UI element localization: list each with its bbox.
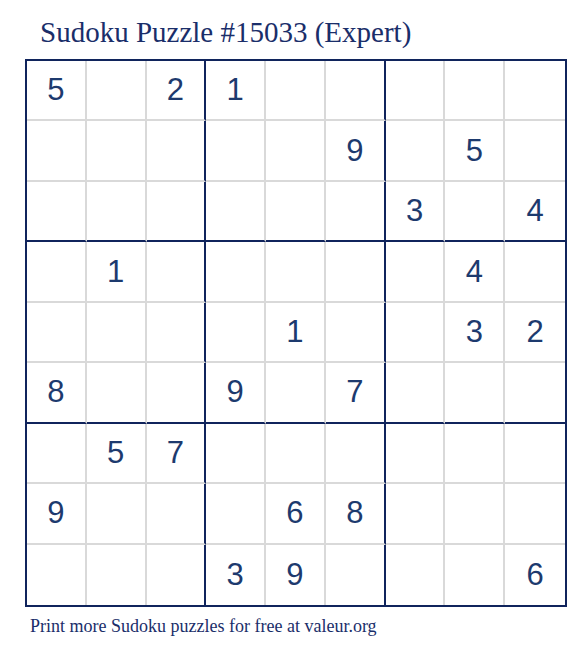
cell-r7c8-empty[interactable] xyxy=(445,424,505,484)
cell-r3c1-empty[interactable] xyxy=(27,182,87,242)
cell-r8c4-empty[interactable] xyxy=(206,484,266,544)
cell-r7c5-empty[interactable] xyxy=(266,424,326,484)
cell-r4c3-empty[interactable] xyxy=(147,242,207,302)
cell-r7c3-given[interactable]: 7 xyxy=(147,424,207,484)
cell-r1c7-empty[interactable] xyxy=(386,61,446,121)
cell-r4c9-empty[interactable] xyxy=(505,242,565,302)
cell-r5c5-given[interactable]: 1 xyxy=(266,303,326,363)
cell-r9c8-empty[interactable] xyxy=(445,545,505,605)
cell-r1c1-given[interactable]: 5 xyxy=(27,61,87,121)
cell-r9c3-empty[interactable] xyxy=(147,545,207,605)
cell-r9c9-given[interactable]: 6 xyxy=(505,545,565,605)
cell-r6c3-empty[interactable] xyxy=(147,363,207,423)
cell-r2c6-given[interactable]: 9 xyxy=(326,121,386,181)
cell-r1c6-empty[interactable] xyxy=(326,61,386,121)
cell-r6c9-empty[interactable] xyxy=(505,363,565,423)
cell-r3c4-empty[interactable] xyxy=(206,182,266,242)
cell-r4c4-empty[interactable] xyxy=(206,242,266,302)
cell-r7c2-given[interactable]: 5 xyxy=(87,424,147,484)
cell-r2c2-empty[interactable] xyxy=(87,121,147,181)
cell-r4c7-empty[interactable] xyxy=(386,242,446,302)
cell-r1c3-given[interactable]: 2 xyxy=(147,61,207,121)
cell-r4c2-given[interactable]: 1 xyxy=(87,242,147,302)
cell-r3c5-empty[interactable] xyxy=(266,182,326,242)
cell-r8c2-empty[interactable] xyxy=(87,484,147,544)
cell-r9c1-empty[interactable] xyxy=(27,545,87,605)
cell-r7c7-empty[interactable] xyxy=(386,424,446,484)
sudoku-board: 52195341413289757968396 xyxy=(25,59,567,607)
cell-r8c3-empty[interactable] xyxy=(147,484,207,544)
cell-r6c5-empty[interactable] xyxy=(266,363,326,423)
cell-r9c7-empty[interactable] xyxy=(386,545,446,605)
cell-r2c5-empty[interactable] xyxy=(266,121,326,181)
cell-r7c4-empty[interactable] xyxy=(206,424,266,484)
cell-r2c3-empty[interactable] xyxy=(147,121,207,181)
cell-r2c4-empty[interactable] xyxy=(206,121,266,181)
cell-r9c5-given[interactable]: 9 xyxy=(266,545,326,605)
cell-r1c5-empty[interactable] xyxy=(266,61,326,121)
cell-r1c9-empty[interactable] xyxy=(505,61,565,121)
cell-r9c4-given[interactable]: 3 xyxy=(206,545,266,605)
cell-r6c1-given[interactable]: 8 xyxy=(27,363,87,423)
cell-r4c1-empty[interactable] xyxy=(27,242,87,302)
cell-r8c6-given[interactable]: 8 xyxy=(326,484,386,544)
cell-r5c7-empty[interactable] xyxy=(386,303,446,363)
cell-r2c1-empty[interactable] xyxy=(27,121,87,181)
cell-r5c2-empty[interactable] xyxy=(87,303,147,363)
cell-r6c4-given[interactable]: 9 xyxy=(206,363,266,423)
cell-r6c8-empty[interactable] xyxy=(445,363,505,423)
cell-r8c9-empty[interactable] xyxy=(505,484,565,544)
cell-r2c7-empty[interactable] xyxy=(386,121,446,181)
cell-r3c3-empty[interactable] xyxy=(147,182,207,242)
cell-r5c4-empty[interactable] xyxy=(206,303,266,363)
cell-r5c6-empty[interactable] xyxy=(326,303,386,363)
cell-r8c7-empty[interactable] xyxy=(386,484,446,544)
cell-r6c6-given[interactable]: 7 xyxy=(326,363,386,423)
cell-r3c9-given[interactable]: 4 xyxy=(505,182,565,242)
cell-r5c1-empty[interactable] xyxy=(27,303,87,363)
cell-r3c2-empty[interactable] xyxy=(87,182,147,242)
cell-r7c9-empty[interactable] xyxy=(505,424,565,484)
footer-note: Print more Sudoku puzzles for free at va… xyxy=(30,616,377,637)
cell-r5c8-given[interactable]: 3 xyxy=(445,303,505,363)
cell-r9c2-empty[interactable] xyxy=(87,545,147,605)
cell-r8c1-given[interactable]: 9 xyxy=(27,484,87,544)
cell-r3c8-empty[interactable] xyxy=(445,182,505,242)
cell-r4c5-empty[interactable] xyxy=(266,242,326,302)
cell-r3c6-empty[interactable] xyxy=(326,182,386,242)
cell-r1c2-empty[interactable] xyxy=(87,61,147,121)
cell-r2c8-given[interactable]: 5 xyxy=(445,121,505,181)
cell-r3c7-given[interactable]: 3 xyxy=(386,182,446,242)
cell-r1c8-empty[interactable] xyxy=(445,61,505,121)
cell-r2c9-empty[interactable] xyxy=(505,121,565,181)
cell-r9c6-empty[interactable] xyxy=(326,545,386,605)
cell-r5c9-given[interactable]: 2 xyxy=(505,303,565,363)
cell-r5c3-empty[interactable] xyxy=(147,303,207,363)
page-title: Sudoku Puzzle #15033 (Expert) xyxy=(40,16,411,49)
cell-r7c6-empty[interactable] xyxy=(326,424,386,484)
cell-r6c7-empty[interactable] xyxy=(386,363,446,423)
cell-r8c5-given[interactable]: 6 xyxy=(266,484,326,544)
cell-r4c6-empty[interactable] xyxy=(326,242,386,302)
cell-r1c4-given[interactable]: 1 xyxy=(206,61,266,121)
cell-r4c8-given[interactable]: 4 xyxy=(445,242,505,302)
cell-r6c2-empty[interactable] xyxy=(87,363,147,423)
cell-r8c8-empty[interactable] xyxy=(445,484,505,544)
cell-r7c1-empty[interactable] xyxy=(27,424,87,484)
